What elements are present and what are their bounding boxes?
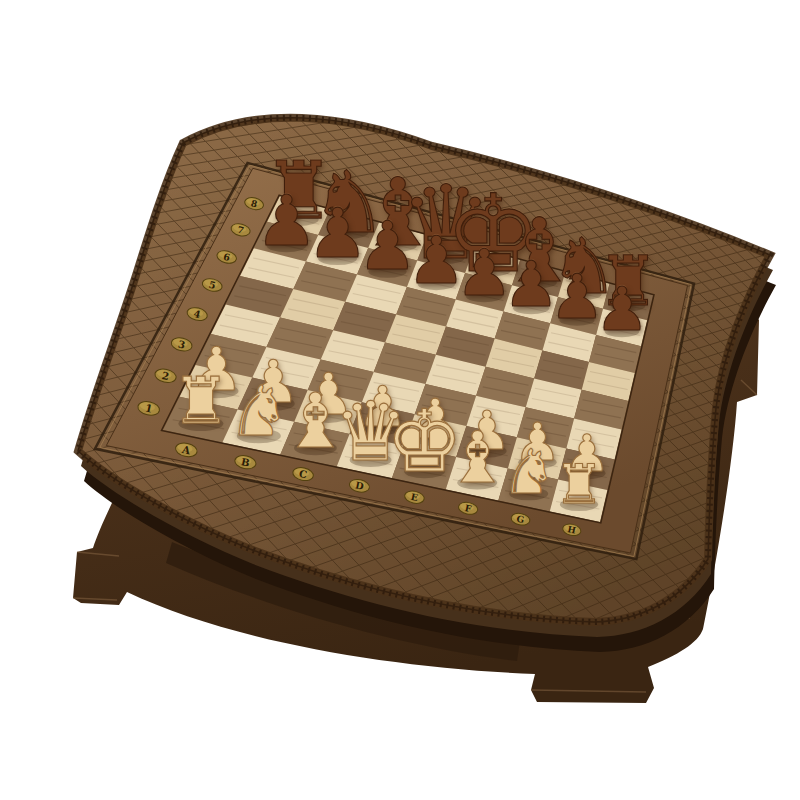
piece-white-bishop-f1[interactable]: ♝ [446, 422, 509, 492]
piece-white-rook-h1[interactable]: ♜ [555, 457, 604, 512]
piece-white-knight-g1[interactable]: ♞ [501, 441, 556, 502]
piece-white-rook-a1[interactable]: ♜ [172, 368, 230, 432]
product-photo-scene: 87654321ABCDEFGH ♜♞♝♛♚♝♞♜♟♟♟♟♟♟♟♟♟♟♟♟♟♟♟… [0, 0, 800, 800]
piece-white-knight-b1[interactable]: ♞ [228, 377, 290, 446]
piece-black-pawn-h7[interactable]: ♟ [595, 279, 649, 339]
pieces-layer: ♜♞♝♛♚♝♞♜♟♟♟♟♟♟♟♟♟♟♟♟♟♟♟♟♜♞♝♛♚♝♞♜ [0, 0, 800, 800]
